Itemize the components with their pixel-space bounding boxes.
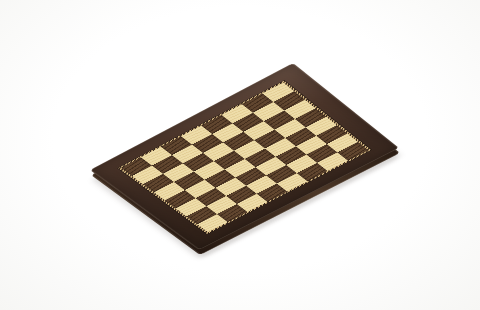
dotted-inlay-border <box>118 81 371 234</box>
chessboard <box>90 63 399 250</box>
product-photo-canvas <box>0 0 480 310</box>
playing-area-grid <box>121 83 368 233</box>
